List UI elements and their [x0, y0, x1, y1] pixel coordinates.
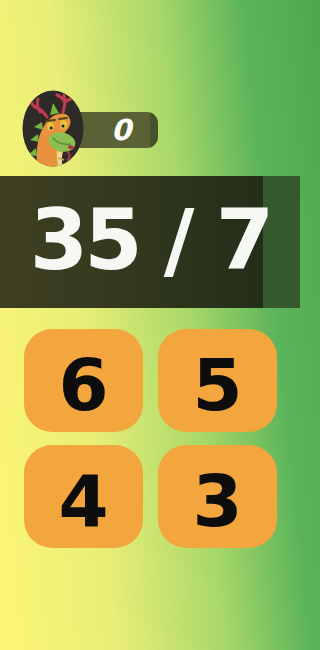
dragon-avatar[interactable] — [22, 90, 84, 167]
answer-button-3[interactable]: 4 — [24, 445, 143, 548]
answers-grid: 6 5 4 3 — [24, 329, 277, 548]
problem-banner: 35 / 7 — [0, 176, 300, 308]
answer-label: 5 — [192, 349, 242, 421]
problem-text: 35 / 7 — [30, 191, 271, 289]
answer-button-4[interactable]: 3 — [158, 445, 277, 548]
answer-label: 6 — [58, 349, 108, 421]
answer-button-1[interactable]: 6 — [24, 329, 143, 432]
answer-button-2[interactable]: 5 — [158, 329, 277, 432]
score-value: 0 — [84, 112, 158, 148]
answer-label: 4 — [58, 465, 108, 537]
answer-label: 3 — [192, 465, 242, 537]
dragon-avatar-icon — [22, 90, 84, 167]
